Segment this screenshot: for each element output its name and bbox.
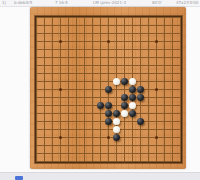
go-client-window: 1|b-deb4r57 16:5LM (prev-2021-380'0'47x2… — [0, 0, 200, 180]
star-point — [59, 136, 62, 139]
star-point — [155, 136, 158, 139]
black-stone[interactable] — [121, 78, 128, 85]
black-stone[interactable] — [129, 86, 136, 93]
star-point — [155, 40, 158, 43]
black-stone[interactable] — [121, 102, 128, 109]
black-stone[interactable] — [105, 118, 112, 125]
white-stone[interactable] — [129, 78, 136, 85]
black-stone[interactable] — [121, 94, 128, 101]
status-text-segment: LM (prev-2021-3 — [93, 1, 126, 5]
star-point — [107, 136, 110, 139]
black-stone[interactable] — [129, 110, 136, 117]
black-stone[interactable] — [129, 94, 136, 101]
black-stone[interactable] — [105, 102, 112, 109]
status-strip: 1|b-deb4r57 16:5LM (prev-2021-380'0'47x2… — [0, 0, 200, 7]
black-stone[interactable] — [105, 86, 112, 93]
white-stone[interactable] — [121, 110, 128, 117]
star-point — [155, 88, 158, 91]
white-stone[interactable] — [113, 78, 120, 85]
status-text-segment: 80'0' — [152, 1, 162, 5]
taskbar-blue-item[interactable] — [15, 176, 23, 180]
white-stone[interactable] — [129, 102, 136, 109]
star-point — [59, 40, 62, 43]
black-stone[interactable] — [113, 134, 120, 141]
status-text-segment: 47x23'0'00 — [176, 1, 198, 5]
status-text-segment: 1| — [2, 1, 6, 5]
black-stone[interactable] — [137, 94, 144, 101]
black-stone[interactable] — [105, 110, 112, 117]
status-text-segment: b-deb4r5 — [14, 1, 32, 5]
star-point — [59, 88, 62, 91]
black-stone[interactable] — [113, 110, 120, 117]
white-stone[interactable] — [113, 126, 120, 133]
board-grid[interactable] — [35, 16, 182, 163]
black-stone[interactable] — [97, 102, 104, 109]
status-text-segment: 7 16:5 — [55, 1, 68, 5]
star-point — [107, 40, 110, 43]
white-stone[interactable] — [113, 118, 120, 125]
black-stone[interactable] — [137, 118, 144, 125]
black-stone[interactable] — [137, 86, 144, 93]
bottom-bar — [0, 172, 200, 180]
go-board[interactable] — [30, 7, 186, 169]
